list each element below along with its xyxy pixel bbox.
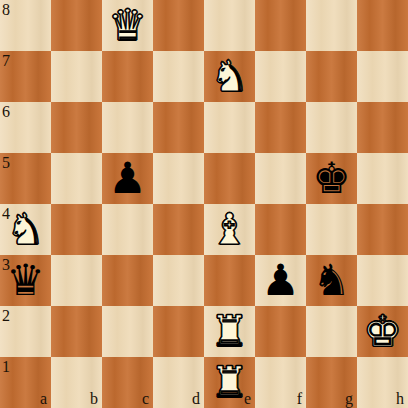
square-f6[interactable] [255, 102, 306, 153]
square-a1[interactable]: 1a [0, 357, 51, 408]
square-c2[interactable] [102, 306, 153, 357]
square-a4[interactable]: 4♞ [0, 204, 51, 255]
black-knight-g3[interactable]: ♞ [306, 255, 357, 306]
square-c5[interactable]: ♟ [102, 153, 153, 204]
square-a3[interactable]: 3♛ [0, 255, 51, 306]
square-h1[interactable]: h [357, 357, 408, 408]
square-g2[interactable] [306, 306, 357, 357]
chess-board: 8♛7♞65♟♚4♞♝3♛♟♞2♜♚1abcde♜fgh [0, 0, 408, 408]
square-f2[interactable] [255, 306, 306, 357]
black-pawn-c5[interactable]: ♟ [102, 153, 153, 204]
square-a6[interactable]: 6 [0, 102, 51, 153]
rank-label-6: 6 [2, 104, 10, 120]
square-d3[interactable] [153, 255, 204, 306]
square-d4[interactable] [153, 204, 204, 255]
white-rook-e2[interactable]: ♜ [204, 306, 255, 357]
square-f1[interactable]: f [255, 357, 306, 408]
square-b8[interactable] [51, 0, 102, 51]
file-label-c: c [142, 391, 149, 407]
file-label-e: e [244, 391, 251, 407]
square-b3[interactable] [51, 255, 102, 306]
white-king-h2[interactable]: ♚ [357, 306, 408, 357]
black-king-g5[interactable]: ♚ [306, 153, 357, 204]
square-b5[interactable] [51, 153, 102, 204]
square-c1[interactable]: c [102, 357, 153, 408]
square-g6[interactable] [306, 102, 357, 153]
square-g4[interactable] [306, 204, 357, 255]
square-e7[interactable]: ♞ [204, 51, 255, 102]
square-b1[interactable]: b [51, 357, 102, 408]
black-pawn-f3[interactable]: ♟ [255, 255, 306, 306]
square-b4[interactable] [51, 204, 102, 255]
square-a5[interactable]: 5 [0, 153, 51, 204]
square-c8[interactable]: ♛ [102, 0, 153, 51]
square-g7[interactable] [306, 51, 357, 102]
square-a2[interactable]: 2 [0, 306, 51, 357]
square-a8[interactable]: 8 [0, 0, 51, 51]
square-h7[interactable] [357, 51, 408, 102]
square-d1[interactable]: d [153, 357, 204, 408]
square-d8[interactable] [153, 0, 204, 51]
square-c6[interactable] [102, 102, 153, 153]
file-label-g: g [345, 391, 353, 407]
rank-label-1: 1 [2, 359, 10, 375]
rank-label-7: 7 [2, 53, 10, 69]
square-e2[interactable]: ♜ [204, 306, 255, 357]
square-f5[interactable] [255, 153, 306, 204]
square-f8[interactable] [255, 0, 306, 51]
chess-board-grid: 8♛7♞65♟♚4♞♝3♛♟♞2♜♚1abcde♜fgh [0, 0, 408, 408]
square-c4[interactable] [102, 204, 153, 255]
square-f7[interactable] [255, 51, 306, 102]
square-h5[interactable] [357, 153, 408, 204]
square-d7[interactable] [153, 51, 204, 102]
square-b7[interactable] [51, 51, 102, 102]
square-f3[interactable]: ♟ [255, 255, 306, 306]
square-h6[interactable] [357, 102, 408, 153]
square-g5[interactable]: ♚ [306, 153, 357, 204]
square-g3[interactable]: ♞ [306, 255, 357, 306]
square-c7[interactable] [102, 51, 153, 102]
square-h4[interactable] [357, 204, 408, 255]
square-h8[interactable] [357, 0, 408, 51]
square-h3[interactable] [357, 255, 408, 306]
rank-label-2: 2 [2, 308, 10, 324]
square-b2[interactable] [51, 306, 102, 357]
white-knight-e7[interactable]: ♞ [204, 51, 255, 102]
white-bishop-e4[interactable]: ♝ [204, 204, 255, 255]
square-d6[interactable] [153, 102, 204, 153]
square-f4[interactable] [255, 204, 306, 255]
file-label-b: b [90, 391, 98, 407]
file-label-a: a [40, 391, 47, 407]
square-e4[interactable]: ♝ [204, 204, 255, 255]
file-label-h: h [396, 391, 404, 407]
square-b6[interactable] [51, 102, 102, 153]
square-e6[interactable] [204, 102, 255, 153]
square-e3[interactable] [204, 255, 255, 306]
square-e8[interactable] [204, 0, 255, 51]
square-d5[interactable] [153, 153, 204, 204]
square-h2[interactable]: ♚ [357, 306, 408, 357]
square-c3[interactable] [102, 255, 153, 306]
rank-label-5: 5 [2, 155, 10, 171]
file-label-d: d [192, 391, 200, 407]
square-e1[interactable]: e♜ [204, 357, 255, 408]
square-a7[interactable]: 7 [0, 51, 51, 102]
rank-label-3: 3 [2, 257, 10, 273]
square-e5[interactable] [204, 153, 255, 204]
square-d2[interactable] [153, 306, 204, 357]
square-g1[interactable]: g [306, 357, 357, 408]
rank-label-8: 8 [2, 2, 10, 18]
rank-label-4: 4 [2, 206, 10, 222]
square-g8[interactable] [306, 0, 357, 51]
white-queen-c8[interactable]: ♛ [102, 0, 153, 51]
file-label-f: f [297, 391, 302, 407]
